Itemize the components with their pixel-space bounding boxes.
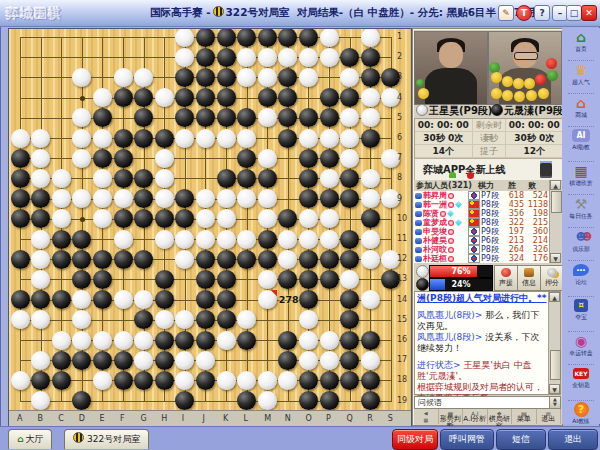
game-toolbar: ◀▦ ▦形势判断A.IA.I分析❖棋局研究▤菜单⊠退出 bbox=[414, 409, 561, 424]
stone-white bbox=[175, 351, 194, 370]
stone-black bbox=[155, 290, 174, 309]
chat-scroll-up-icon[interactable]: ▲ bbox=[549, 292, 560, 302]
flower-badge-icon bbox=[448, 202, 454, 208]
stone-white bbox=[217, 331, 236, 350]
stone-white bbox=[52, 209, 71, 228]
stone-black bbox=[217, 68, 236, 87]
message-button[interactable]: 短信 bbox=[496, 429, 546, 450]
stone-black bbox=[114, 169, 133, 188]
stone-white bbox=[217, 230, 236, 249]
stone-black bbox=[237, 169, 256, 188]
stone-white bbox=[31, 391, 50, 410]
stone-black bbox=[114, 351, 133, 370]
flag-kr-icon bbox=[468, 191, 480, 200]
thumbs-up-icon bbox=[415, 229, 422, 235]
maximize-button[interactable]: □ bbox=[566, 5, 582, 21]
stone-white bbox=[258, 108, 277, 127]
vote-area: 76% 24% 声援信息押分 bbox=[414, 264, 561, 291]
stone-black bbox=[134, 250, 153, 269]
coin-icon bbox=[547, 268, 557, 277]
bee-icon bbox=[73, 432, 84, 443]
stone-white bbox=[31, 250, 50, 269]
column-label: G bbox=[141, 414, 147, 423]
column-label: K bbox=[223, 414, 228, 423]
stone-white bbox=[155, 149, 174, 168]
user-wins: 264 bbox=[504, 245, 524, 254]
column-label: S bbox=[388, 414, 393, 423]
stone-white bbox=[258, 149, 277, 168]
stone-white bbox=[361, 250, 380, 269]
stone-black bbox=[114, 371, 133, 390]
row-label: 1 bbox=[397, 32, 411, 41]
black-vote-stone-icon bbox=[416, 278, 429, 291]
flower-badge-icon bbox=[440, 211, 446, 217]
stone-white bbox=[93, 88, 112, 107]
stone-black bbox=[114, 250, 133, 269]
stone-black bbox=[134, 371, 153, 390]
stone-black bbox=[52, 230, 71, 249]
stone-white bbox=[320, 29, 339, 47]
greeting-dropdown[interactable]: 问候语 ▲▼ bbox=[414, 396, 561, 409]
row-label: 17 bbox=[397, 355, 411, 364]
stone-black bbox=[320, 250, 339, 269]
row-label: 19 bbox=[397, 396, 411, 405]
user-list: 韩昇周P7段618524韩一洲P8段4351138陈贤P8段356198童梦成P… bbox=[414, 191, 550, 263]
case-icon bbox=[524, 268, 534, 277]
stone-white bbox=[196, 189, 215, 208]
same-rank-game-button[interactable]: 同级对局 bbox=[392, 429, 438, 450]
stone-black bbox=[340, 48, 359, 67]
black-byoyomi: 30秒 0次 bbox=[506, 132, 562, 145]
flag-cn-icon bbox=[468, 200, 480, 209]
stone-white bbox=[11, 310, 30, 329]
stone-white bbox=[134, 331, 153, 350]
flag-kr-icon bbox=[468, 245, 480, 254]
chat-link[interactable]: 洲(P8段)超人气对局进行中。** bbox=[417, 293, 547, 304]
user-wins: 324 bbox=[504, 254, 524, 263]
white-captures: 14个 bbox=[415, 145, 472, 158]
stone-black bbox=[72, 391, 91, 410]
stone-black bbox=[93, 149, 112, 168]
column-label: B bbox=[38, 414, 44, 423]
spinner-icon[interactable]: ▲▼ bbox=[549, 397, 560, 408]
user-rank: P9段 bbox=[481, 253, 504, 263]
white-time: 00: 00: 00 bbox=[415, 119, 472, 132]
stone-black bbox=[340, 230, 359, 249]
column-label: A bbox=[17, 414, 22, 423]
close-button[interactable]: ✕ bbox=[581, 5, 597, 21]
stone-white bbox=[93, 169, 112, 188]
stone-black bbox=[299, 169, 318, 188]
stone-white bbox=[114, 230, 133, 249]
chat-scrollbar[interactable]: ▲ ▼ bbox=[548, 292, 560, 394]
stone-white bbox=[299, 48, 318, 67]
phone-icon bbox=[540, 161, 552, 178]
stone-white bbox=[155, 88, 174, 107]
stone-black bbox=[361, 48, 380, 67]
stone-white bbox=[11, 129, 30, 148]
stone-black bbox=[299, 250, 318, 269]
stone-white bbox=[361, 88, 380, 107]
stone-white bbox=[11, 371, 30, 390]
stone-black bbox=[237, 250, 256, 269]
column-label: O bbox=[305, 414, 311, 423]
stone-white bbox=[31, 129, 50, 148]
game-study-button[interactable]: ❖棋局研究 bbox=[488, 409, 513, 424]
row-label: 8 bbox=[397, 173, 411, 182]
user-losses: 1138 bbox=[524, 200, 550, 209]
stone-black bbox=[320, 189, 339, 208]
user-wins: 197 bbox=[504, 227, 524, 236]
stone-white bbox=[361, 169, 380, 188]
stone-black bbox=[299, 29, 318, 47]
forum-icon[interactable]: …论坛 bbox=[562, 264, 600, 297]
row-label: 5 bbox=[397, 113, 411, 122]
vip-crown-icon[interactable]: ♛超人气 bbox=[562, 61, 600, 94]
stone-white bbox=[114, 290, 133, 309]
stone-black bbox=[155, 129, 174, 148]
stone-white bbox=[196, 129, 215, 148]
app-logo: 弈城围棋 bbox=[6, 5, 62, 23]
stone-black bbox=[93, 270, 112, 289]
stone-black bbox=[72, 250, 91, 269]
scroll-down-icon[interactable]: ▼ bbox=[550, 253, 561, 263]
stone-white bbox=[52, 169, 71, 188]
stone-white bbox=[361, 189, 380, 208]
tab-lobby[interactable]: ⌂大厅 bbox=[8, 429, 52, 449]
stone-white bbox=[217, 209, 236, 228]
black-captures: 12个 bbox=[506, 145, 562, 158]
row-label: 12 bbox=[397, 254, 411, 263]
user-losses: 214 bbox=[524, 236, 550, 245]
star-point bbox=[80, 217, 85, 222]
tab-game-room[interactable]: 322号对局室 bbox=[64, 429, 149, 449]
diamond-badge-icon bbox=[455, 219, 462, 226]
stone-white bbox=[340, 68, 359, 87]
stone-white bbox=[93, 371, 112, 390]
flag-cn-icon bbox=[468, 209, 480, 218]
home-icon[interactable]: ⌂首页 bbox=[562, 28, 600, 61]
black-time: 00: 00: 00 bbox=[506, 119, 562, 132]
stone-black bbox=[258, 29, 277, 47]
stone-black bbox=[52, 290, 71, 309]
territory-count-button[interactable]: ▦形势判断 bbox=[439, 409, 464, 424]
row-label: 11 bbox=[397, 234, 411, 243]
stone-white bbox=[175, 29, 194, 47]
row-label: 2 bbox=[397, 52, 411, 61]
board-panel: 12345678910111213141516171819278 ABCDEFG… bbox=[8, 28, 412, 428]
flag-kr-icon bbox=[468, 254, 480, 263]
stone-white bbox=[320, 209, 339, 228]
kifu-icon[interactable]: ▦棋谱欣赏 bbox=[562, 162, 600, 195]
stone-black bbox=[361, 391, 380, 410]
column-label: D bbox=[79, 414, 85, 423]
user-losses: 215 bbox=[524, 218, 550, 227]
menu-button[interactable]: ▤菜单 bbox=[512, 409, 537, 424]
stone-black bbox=[196, 331, 215, 350]
stone-white bbox=[237, 371, 256, 390]
stone-black bbox=[72, 230, 91, 249]
stone-white bbox=[31, 149, 50, 168]
star-point bbox=[80, 96, 85, 101]
chat-box: 洲(P8段)超人气对局进行中。**凤凰惠儿(8段)> 那么，我们下次再见。凤凰惠… bbox=[414, 291, 561, 395]
stone-white bbox=[217, 189, 236, 208]
stone-white bbox=[72, 331, 91, 350]
white-vote-bar: 76% bbox=[429, 265, 493, 278]
stone-black bbox=[217, 250, 236, 269]
stone-black bbox=[361, 68, 380, 87]
flower-badge-icon bbox=[448, 256, 454, 262]
stone-white bbox=[361, 290, 380, 309]
stone-black bbox=[258, 169, 277, 188]
flower-badge-icon bbox=[448, 247, 454, 253]
flower-badge-icon bbox=[448, 193, 454, 199]
lucky-wheel-icon[interactable]: ◉幸运转盘 bbox=[562, 332, 600, 365]
stone-black bbox=[217, 29, 236, 47]
stone-black bbox=[11, 189, 30, 208]
stone-white bbox=[278, 48, 297, 67]
stone-white bbox=[258, 48, 277, 67]
stone-white bbox=[175, 48, 194, 67]
stone-white bbox=[299, 230, 318, 249]
stone-black bbox=[155, 331, 174, 350]
user-list-scrollbar[interactable]: ▲ ▼ bbox=[549, 180, 561, 263]
stone-black bbox=[155, 209, 174, 228]
help-icon[interactable]: ? bbox=[534, 5, 550, 21]
stone-white bbox=[361, 230, 380, 249]
column-label: F bbox=[120, 414, 125, 423]
apple-icon bbox=[467, 172, 474, 179]
stone-white bbox=[299, 129, 318, 148]
app-window: 弈城围棋 国际高手赛 -322号对局室 对局结果-（白 中盘胜）- 分先: 黑贴… bbox=[0, 0, 600, 450]
stone-white bbox=[93, 189, 112, 208]
stone-white bbox=[175, 129, 194, 148]
stone-black bbox=[278, 129, 297, 148]
bet-button[interactable]: 押分 bbox=[540, 265, 564, 291]
exit-button[interactable]: 退出 bbox=[548, 429, 598, 450]
user-losses: 326 bbox=[524, 245, 550, 254]
column-label: E bbox=[99, 414, 104, 423]
board-column-labels: ABCDEFGHIJKLMNOPQRS bbox=[9, 410, 411, 427]
stone-black bbox=[11, 149, 30, 168]
lobby-sidebar: ⌂首页♛超人气⌂商城AIAI助教▦棋谱欣赏⚒每日任务☻俱乐部…论坛¤夺宝◉幸运转… bbox=[562, 28, 600, 424]
row-label: 13 bbox=[397, 274, 411, 283]
stone-white bbox=[340, 129, 359, 148]
game-info-panel: 王星昊(P9段) 元晟溱(P9段) 00: 00: 00 剩余时间 00: 00… bbox=[412, 28, 563, 426]
flower-badge-icon bbox=[448, 238, 454, 244]
stone-white bbox=[340, 270, 359, 289]
stone-black bbox=[217, 108, 236, 127]
stone-white bbox=[155, 230, 174, 249]
stone-black bbox=[217, 290, 236, 309]
stone-white bbox=[320, 351, 339, 370]
stone-black bbox=[299, 391, 318, 410]
call-admin-button[interactable]: 呼叫网管 bbox=[440, 429, 494, 450]
stone-black bbox=[237, 149, 256, 168]
stone-black bbox=[11, 290, 30, 309]
user-wins: 435 bbox=[504, 200, 524, 209]
stone-black bbox=[155, 371, 174, 390]
stone-black bbox=[114, 149, 133, 168]
stone-black bbox=[52, 371, 71, 390]
thumbs-up-icon bbox=[415, 247, 422, 253]
treasure-icon[interactable]: ¤夺宝 bbox=[562, 299, 600, 332]
black-vote-bar: 24% bbox=[429, 278, 493, 291]
stone-black bbox=[299, 270, 318, 289]
stone-white bbox=[299, 351, 318, 370]
row-label: 14 bbox=[397, 295, 411, 304]
daily-task-icon[interactable]: ⚒每日任务 bbox=[562, 195, 600, 228]
thumbs-up-icon bbox=[415, 220, 422, 226]
ai-tutor-icon[interactable]: AIAI助教 bbox=[562, 129, 600, 162]
stone-black bbox=[31, 371, 50, 390]
diamond-badge-icon bbox=[455, 201, 462, 208]
go-board[interactable]: 12345678910111213141516171819278 bbox=[9, 29, 411, 410]
flower-badge-icon bbox=[448, 229, 454, 235]
title-bar: 弈城围棋 国际高手赛 -322号对局室 对局结果-（白 中盘胜）- 分先: 黑贴… bbox=[0, 0, 600, 27]
stone-black bbox=[175, 331, 194, 350]
stone-black bbox=[340, 371, 359, 390]
thumbs-up-icon bbox=[415, 202, 422, 208]
black-player-name: 元晟溱(P9段) bbox=[491, 104, 567, 117]
key-icon[interactable]: KEY金钥匙 bbox=[562, 368, 600, 401]
stone-black bbox=[134, 129, 153, 148]
stone-white bbox=[258, 209, 277, 228]
stone-white bbox=[196, 351, 215, 370]
user-wins: 356 bbox=[504, 209, 524, 218]
stone-black bbox=[114, 129, 133, 148]
stone-black bbox=[320, 149, 339, 168]
stone-black bbox=[217, 310, 236, 329]
thumbs-up-icon bbox=[415, 238, 422, 244]
user-wins: 213 bbox=[504, 236, 524, 245]
column-label: L bbox=[244, 414, 248, 423]
stone-white bbox=[175, 250, 194, 269]
stone-white bbox=[237, 129, 256, 148]
stone-black bbox=[361, 331, 380, 350]
stone-white bbox=[258, 189, 277, 208]
info-button[interactable]: 信息 bbox=[517, 265, 541, 291]
stone-black bbox=[299, 189, 318, 208]
user-losses: 524 bbox=[524, 191, 550, 200]
stone-black bbox=[217, 169, 236, 188]
column-label: R bbox=[367, 414, 373, 423]
black-player-photo bbox=[488, 31, 562, 105]
user-row[interactable]: 朴廷桓P9段324176 bbox=[414, 254, 550, 263]
flag-kr-icon bbox=[468, 227, 480, 236]
stone-black bbox=[155, 270, 174, 289]
stone-black bbox=[361, 129, 380, 148]
stone-black bbox=[196, 250, 215, 269]
stone-black bbox=[340, 351, 359, 370]
club-icon[interactable]: ☻俱乐部 bbox=[562, 228, 600, 261]
stone-black bbox=[237, 29, 256, 47]
annotate-tool-icon[interactable]: ✎ bbox=[498, 5, 514, 21]
stone-black bbox=[196, 68, 215, 87]
stone-black bbox=[134, 169, 153, 188]
user-wins: 618 bbox=[504, 191, 524, 200]
stone-black bbox=[340, 331, 359, 350]
stone-white bbox=[299, 68, 318, 87]
row-label: 6 bbox=[397, 133, 411, 142]
stone-white bbox=[320, 48, 339, 67]
user-losses: 360 bbox=[524, 227, 550, 236]
row-label: 18 bbox=[397, 375, 411, 384]
stone-black bbox=[278, 29, 297, 47]
stone-black bbox=[299, 290, 318, 309]
cheer-button[interactable]: 声援 bbox=[494, 265, 518, 291]
stone-black bbox=[320, 371, 339, 390]
stone-white bbox=[299, 331, 318, 350]
thumbs-up-icon bbox=[415, 211, 422, 217]
app-promo-banner[interactable]: 弈城APP全新上线 bbox=[414, 158, 563, 181]
row-label: 3 bbox=[397, 72, 411, 81]
stone-white bbox=[217, 129, 236, 148]
exit-review-button[interactable]: ⊠退出 bbox=[537, 409, 562, 424]
chat-scroll-down-icon[interactable]: ▼ bbox=[549, 384, 560, 394]
stone-white bbox=[31, 270, 50, 289]
stone-black bbox=[196, 29, 215, 47]
stone-white bbox=[31, 351, 50, 370]
stone-black bbox=[11, 169, 30, 188]
tygem-t-icon[interactable]: T bbox=[516, 5, 532, 21]
stone-black bbox=[114, 88, 133, 107]
stone-white bbox=[258, 391, 277, 410]
stone-white bbox=[52, 189, 71, 208]
row-label: 16 bbox=[397, 335, 411, 344]
stone-black bbox=[278, 331, 297, 350]
stone-white bbox=[72, 149, 91, 168]
stone-white bbox=[320, 169, 339, 188]
ai-analysis-button[interactable]: A.IA.I分析 bbox=[463, 409, 488, 424]
shop-icon[interactable]: ⌂商城 bbox=[562, 94, 600, 127]
stone-black bbox=[258, 250, 277, 269]
stone-black bbox=[299, 149, 318, 168]
stone-black bbox=[258, 230, 277, 249]
stone-white bbox=[31, 230, 50, 249]
stone-black bbox=[299, 371, 318, 390]
column-label: P bbox=[326, 414, 331, 423]
scroll-up-icon[interactable]: ▲ bbox=[550, 180, 561, 190]
window-title: 国际高手赛 -322号对局室 对局结果-（白 中盘胜）- 分先: 黑贴6目半（2… bbox=[150, 6, 480, 20]
white-stone-icon bbox=[416, 104, 428, 116]
stone-white bbox=[72, 129, 91, 148]
stone-black bbox=[52, 250, 71, 269]
collapse-arrow-icon[interactable]: ◀▦ bbox=[414, 409, 439, 424]
stone-white bbox=[237, 48, 256, 67]
column-label: C bbox=[58, 414, 64, 423]
stone-white bbox=[237, 230, 256, 249]
stone-black bbox=[237, 391, 256, 410]
timer-table: 00: 00: 00 剩余时间 00: 00: 00 30秒 0次 读秒 30秒… bbox=[414, 118, 563, 159]
row-label: 7 bbox=[397, 153, 411, 162]
flower-badge-icon bbox=[448, 220, 454, 226]
last-move-number: 278 bbox=[279, 294, 299, 305]
flag-kr-icon bbox=[468, 236, 480, 245]
stone-white bbox=[237, 68, 256, 87]
time-label: 剩余时间 bbox=[472, 119, 507, 132]
white-player-name: 王星昊(P9段) bbox=[416, 104, 492, 117]
android-icon bbox=[449, 172, 456, 178]
stone-white bbox=[134, 351, 153, 370]
chat-line: 进行状态> 王星昊'执白 中盘胜'元晟溱'。 bbox=[417, 360, 547, 382]
stone-black bbox=[320, 391, 339, 410]
stone-white bbox=[114, 189, 133, 208]
stone-white bbox=[114, 68, 133, 87]
stone-black bbox=[361, 209, 380, 228]
stone-white bbox=[361, 108, 380, 127]
stone-black bbox=[217, 270, 236, 289]
